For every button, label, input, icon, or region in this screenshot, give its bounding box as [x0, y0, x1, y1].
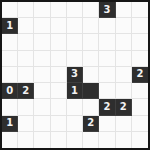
cell-r9c4[interactable] — [51, 132, 67, 148]
clue-cell-r2c1: 1 — [2, 18, 18, 34]
cell-r1c6[interactable] — [83, 2, 99, 18]
clue-cell-r5c9: 2 — [132, 67, 148, 83]
clue-cell-r6c1: 0 — [2, 83, 18, 99]
cell-r4c3[interactable] — [34, 51, 50, 67]
cell-r2c7[interactable] — [99, 18, 115, 34]
cell-r4c1[interactable] — [2, 51, 18, 67]
cell-r5c2[interactable] — [18, 67, 34, 83]
cell-r5c3[interactable] — [34, 67, 50, 83]
cell-r6c4[interactable] — [51, 83, 67, 99]
cell-r9c6[interactable] — [83, 132, 99, 148]
cell-r5c4[interactable] — [51, 67, 67, 83]
cell-r9c1[interactable] — [2, 132, 18, 148]
clue-cell-r1c7: 3 — [99, 2, 115, 18]
cell-r9c8[interactable] — [116, 132, 132, 148]
cell-r6c7[interactable] — [99, 83, 115, 99]
cell-r3c5[interactable] — [67, 34, 83, 50]
cell-r4c4[interactable] — [51, 51, 67, 67]
cell-r8c4[interactable] — [51, 116, 67, 132]
cell-r4c6[interactable] — [83, 51, 99, 67]
cell-r5c8[interactable] — [116, 67, 132, 83]
wall-cell-r6c6 — [83, 83, 99, 99]
cell-r6c8[interactable] — [116, 83, 132, 99]
clue-cell-r5c5: 3 — [67, 67, 83, 83]
puzzle-board: 31320212212 — [0, 0, 150, 150]
cell-r9c9[interactable] — [132, 132, 148, 148]
cell-r4c2[interactable] — [18, 51, 34, 67]
cell-r7c2[interactable] — [18, 99, 34, 115]
cell-r2c8[interactable] — [116, 18, 132, 34]
cell-r4c9[interactable] — [132, 51, 148, 67]
cell-r1c4[interactable] — [51, 2, 67, 18]
cell-r8c3[interactable] — [34, 116, 50, 132]
cell-r1c9[interactable] — [132, 2, 148, 18]
cell-r2c2[interactable] — [18, 18, 34, 34]
cell-r2c3[interactable] — [34, 18, 50, 34]
cell-r9c2[interactable] — [18, 132, 34, 148]
cell-r8c8[interactable] — [116, 116, 132, 132]
cell-r4c7[interactable] — [99, 51, 115, 67]
cell-r1c2[interactable] — [18, 2, 34, 18]
cell-r1c5[interactable] — [67, 2, 83, 18]
cell-r6c3[interactable] — [34, 83, 50, 99]
cell-r3c7[interactable] — [99, 34, 115, 50]
cell-r2c9[interactable] — [132, 18, 148, 34]
cell-r9c7[interactable] — [99, 132, 115, 148]
cell-r1c1[interactable] — [2, 2, 18, 18]
cell-r5c1[interactable] — [2, 67, 18, 83]
cell-r8c2[interactable] — [18, 116, 34, 132]
clue-cell-r8c1: 1 — [2, 116, 18, 132]
cell-r1c8[interactable] — [116, 2, 132, 18]
cell-r3c2[interactable] — [18, 34, 34, 50]
cell-r4c8[interactable] — [116, 51, 132, 67]
cell-r3c3[interactable] — [34, 34, 50, 50]
cell-r3c9[interactable] — [132, 34, 148, 50]
cell-r5c7[interactable] — [99, 67, 115, 83]
cell-r8c9[interactable] — [132, 116, 148, 132]
cell-r7c3[interactable] — [34, 99, 50, 115]
cell-r3c8[interactable] — [116, 34, 132, 50]
cell-r9c3[interactable] — [34, 132, 50, 148]
cell-r2c4[interactable] — [51, 18, 67, 34]
cell-r9c5[interactable] — [67, 132, 83, 148]
clue-cell-r8c6: 2 — [83, 116, 99, 132]
cell-r3c4[interactable] — [51, 34, 67, 50]
cell-r2c5[interactable] — [67, 18, 83, 34]
cell-r1c3[interactable] — [34, 2, 50, 18]
cell-r2c6[interactable] — [83, 18, 99, 34]
clue-cell-r6c2: 2 — [18, 83, 34, 99]
cell-r8c7[interactable] — [99, 116, 115, 132]
clue-cell-r7c8: 2 — [116, 99, 132, 115]
cell-r7c1[interactable] — [2, 99, 18, 115]
clue-cell-r7c7: 2 — [99, 99, 115, 115]
clue-cell-r6c5: 1 — [67, 83, 83, 99]
cell-r4c5[interactable] — [67, 51, 83, 67]
cell-r7c5[interactable] — [67, 99, 83, 115]
cell-r3c6[interactable] — [83, 34, 99, 50]
cell-r5c6[interactable] — [83, 67, 99, 83]
cell-r3c1[interactable] — [2, 34, 18, 50]
cell-r7c4[interactable] — [51, 99, 67, 115]
cell-r6c9[interactable] — [132, 83, 148, 99]
cell-r7c6[interactable] — [83, 99, 99, 115]
cell-r8c5[interactable] — [67, 116, 83, 132]
cell-r7c9[interactable] — [132, 99, 148, 115]
